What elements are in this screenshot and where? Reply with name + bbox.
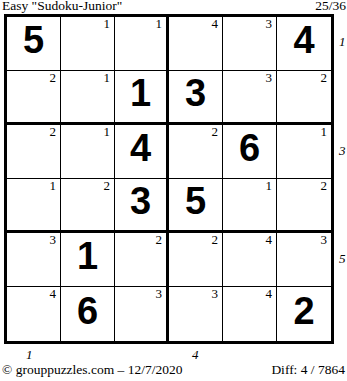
cell-r1c5[interactable]: 3 <box>223 17 277 71</box>
given-digit: 3 <box>115 176 166 227</box>
cell-r6c3[interactable]: 3 <box>115 287 169 341</box>
small-clue-digit: 1 <box>156 16 163 32</box>
copyright-text: © grouppuzzles.com – 12/7/2020 <box>2 362 182 378</box>
page-title: Easy "Sudoku-Junior" <box>2 0 122 14</box>
cell-r1c2[interactable]: 1 <box>61 17 115 71</box>
small-clue-digit: 3 <box>321 232 328 248</box>
small-clue-digit: 2 <box>321 178 328 194</box>
given-digit: 1 <box>61 230 114 283</box>
cell-r5c1[interactable]: 3 <box>7 233 61 287</box>
given-digit: 2 <box>277 284 331 338</box>
small-clue-digit: 4 <box>212 16 219 32</box>
small-clue-digit: 2 <box>50 70 57 86</box>
cell-r3c1[interactable]: 2 <box>7 125 61 179</box>
cell-r6c4[interactable]: 3 <box>169 287 223 341</box>
small-clue-digit: 4 <box>266 286 273 302</box>
row-label-3: 3 <box>339 143 347 159</box>
cell-r5c4[interactable]: 2 <box>169 233 223 287</box>
small-clue-digit: 2 <box>50 124 57 140</box>
small-clue-digit: 2 <box>321 70 328 86</box>
cell-r3c6[interactable]: 1 <box>277 125 331 179</box>
cell-r1c3[interactable]: 1 <box>115 17 169 71</box>
cell-r6c5[interactable]: 4 <box>223 287 277 341</box>
cell-r5c6[interactable]: 3 <box>277 233 331 287</box>
small-clue-digit: 2 <box>212 124 219 140</box>
row-label-1: 1 <box>339 34 347 50</box>
cell-r1c4[interactable]: 4 <box>169 17 223 71</box>
small-clue-digit: 3 <box>156 286 163 302</box>
small-clue-digit: 1 <box>104 16 111 32</box>
small-clue-digit: 2 <box>104 178 111 194</box>
cell-r6c2[interactable]: 6 <box>61 287 115 341</box>
col-label-4: 4 <box>192 347 199 363</box>
small-clue-digit: 2 <box>156 232 163 248</box>
cell-r4c4[interactable]: 5 <box>169 179 223 233</box>
cell-r3c5[interactable]: 6 <box>223 125 277 179</box>
small-clue-digit: 1 <box>104 70 111 86</box>
small-clue-digit: 3 <box>266 16 273 32</box>
small-clue-digit: 1 <box>104 124 111 140</box>
given-digit: 6 <box>61 284 114 338</box>
small-clue-digit: 3 <box>212 286 219 302</box>
cell-r6c6[interactable]: 2 <box>277 287 331 341</box>
cell-r1c1[interactable]: 5 <box>7 17 61 71</box>
cell-r3c4[interactable]: 2 <box>169 125 223 179</box>
cell-r2c3[interactable]: 1 <box>115 71 169 125</box>
small-clue-digit: 3 <box>266 70 273 86</box>
puzzle-page: Easy "Sudoku-Junior" 25/36 5114342113322… <box>0 0 347 381</box>
cell-r6c1[interactable]: 4 <box>7 287 61 341</box>
cell-r2c1[interactable]: 2 <box>7 71 61 125</box>
cell-r4c2[interactable]: 2 <box>61 179 115 233</box>
col-label-1: 1 <box>26 347 33 363</box>
cell-r2c5[interactable]: 3 <box>223 71 277 125</box>
row-label-5: 5 <box>339 251 347 267</box>
cell-r5c2[interactable]: 1 <box>61 233 115 287</box>
given-digit: 4 <box>115 122 166 175</box>
cell-r4c1[interactable]: 1 <box>7 179 61 233</box>
cell-r5c3[interactable]: 2 <box>115 233 169 287</box>
small-clue-digit: 4 <box>266 232 273 248</box>
cell-r2c6[interactable]: 2 <box>277 71 331 125</box>
cell-r3c2[interactable]: 1 <box>61 125 115 179</box>
cell-r2c2[interactable]: 1 <box>61 71 115 125</box>
small-clue-digit: 1 <box>321 124 328 140</box>
small-clue-digit: 4 <box>50 286 57 302</box>
small-clue-digit: 2 <box>212 232 219 248</box>
small-clue-digit: 3 <box>50 232 57 248</box>
given-digit: 5 <box>169 176 222 227</box>
cell-r3c3[interactable]: 4 <box>115 125 169 179</box>
cell-r5c5[interactable]: 4 <box>223 233 277 287</box>
cell-r4c6[interactable]: 2 <box>277 179 331 233</box>
cell-r2c4[interactable]: 3 <box>169 71 223 125</box>
difficulty-text: Diff: 4 / 7864 <box>271 362 345 378</box>
small-clue-digit: 1 <box>266 178 273 194</box>
cell-r4c5[interactable]: 1 <box>223 179 277 233</box>
small-clue-digit: 1 <box>50 178 57 194</box>
given-digit: 3 <box>169 68 222 119</box>
given-digit: 6 <box>223 122 276 175</box>
sudoku-board: 511434211332214261123512312243463342 <box>4 14 334 344</box>
given-digit: 5 <box>7 14 60 67</box>
given-digit: 4 <box>277 14 331 67</box>
cell-r1c6[interactable]: 4 <box>277 17 331 71</box>
given-digit: 1 <box>115 68 166 119</box>
puzzle-counter: 25/36 <box>315 0 346 14</box>
cell-r4c3[interactable]: 3 <box>115 179 169 233</box>
